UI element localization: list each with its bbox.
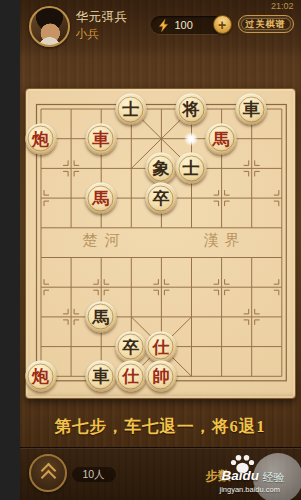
lightning-icon xyxy=(158,19,169,32)
player-count-badge: 10人 xyxy=(72,467,116,482)
piece-black-pawn[interactable]: 卒 xyxy=(145,183,176,214)
xiangqi-board[interactable]: 楚河 漢界 士将車炮車馬象士馬卒馬卒仕炮車仕帥 xyxy=(25,88,296,399)
top-bar: 华元弭兵 小兵 100 + 过关棋谱 21:02 xyxy=(20,0,301,58)
puzzle-records-button[interactable]: 过关棋谱 xyxy=(238,15,294,33)
piece-red-king[interactable]: 帥 xyxy=(145,361,176,392)
piece-black-advisor[interactable]: 士 xyxy=(176,153,207,184)
energy-value: 100 xyxy=(175,19,193,31)
piece-red-advisor[interactable]: 仕 xyxy=(115,361,146,392)
add-energy-button[interactable]: + xyxy=(213,15,232,34)
piece-black-chariot[interactable]: 車 xyxy=(85,361,116,392)
puzzle-records-label: 过关棋谱 xyxy=(246,18,286,31)
expand-button[interactable] xyxy=(29,454,67,492)
last-move-marker xyxy=(184,132,198,146)
player-rank: 小兵 xyxy=(76,27,99,42)
piece-black-advisor[interactable]: 士 xyxy=(115,94,146,125)
piece-black-general[interactable]: 将 xyxy=(176,94,207,125)
piece-red-cannon[interactable]: 炮 xyxy=(25,361,56,392)
player-avatar[interactable] xyxy=(29,6,70,47)
piece-black-horse[interactable]: 馬 xyxy=(85,301,116,332)
app-screen: 华元弭兵 小兵 100 + 过关棋谱 21:02 楚河 漢界 士将車炮車馬象士馬… xyxy=(20,0,301,500)
piece-black-pawn[interactable]: 卒 xyxy=(115,331,146,362)
player-name: 华元弭兵 xyxy=(76,9,128,26)
status-clock: 21:02 xyxy=(271,1,294,11)
piece-black-elephant[interactable]: 象 xyxy=(145,153,176,184)
pieces-layer: 士将車炮車馬象士馬卒馬卒仕炮車仕帥 xyxy=(26,89,295,398)
watermark-brand: Baidu xyxy=(222,468,260,483)
piece-red-chariot[interactable]: 車 xyxy=(85,123,116,154)
piece-red-horse[interactable]: 馬 xyxy=(85,183,116,214)
watermark-url: jingyan.baidu.com xyxy=(220,485,280,494)
bottom-bar: 10人 步数 Baidu 经验 jingyan.baidu.com xyxy=(20,447,301,500)
move-caption: 第七步，车七退一，将6退1 xyxy=(20,416,301,438)
piece-black-chariot[interactable]: 車 xyxy=(236,94,267,125)
piece-red-cannon[interactable]: 炮 xyxy=(25,123,56,154)
piece-red-horse[interactable]: 馬 xyxy=(206,123,237,154)
piece-red-advisor[interactable]: 仕 xyxy=(145,331,176,362)
watermark-suffix: 经验 xyxy=(263,470,285,485)
